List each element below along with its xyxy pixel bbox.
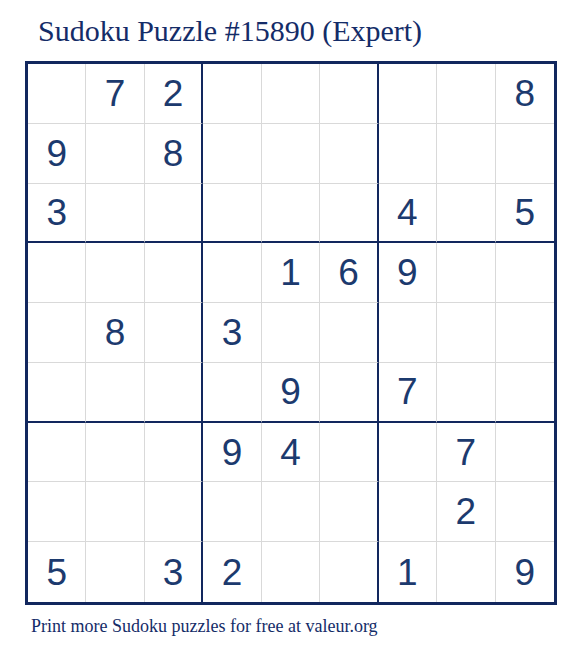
cell-r1c6[interactable] (320, 64, 378, 124)
cell-r3c2[interactable] (86, 184, 144, 244)
cell-r6c8[interactable] (437, 363, 495, 423)
cell-r1c1[interactable] (28, 64, 86, 124)
cell-r3c8[interactable] (437, 184, 495, 244)
given-digit: 4 (397, 194, 418, 231)
cell-r3c1[interactable]: 3 (28, 184, 86, 244)
cell-r2c8[interactable] (437, 124, 495, 184)
cell-r5c5[interactable] (262, 303, 320, 363)
cell-r1c5[interactable] (262, 64, 320, 124)
cell-r9c3[interactable]: 3 (145, 542, 203, 602)
cell-r7c1[interactable] (28, 423, 86, 483)
given-digit: 5 (514, 194, 535, 231)
cell-r2c9[interactable] (496, 124, 554, 184)
cell-r2c3[interactable]: 8 (145, 124, 203, 184)
cell-r7c8[interactable]: 7 (437, 423, 495, 483)
given-digit: 9 (514, 554, 535, 591)
cell-r6c5[interactable]: 9 (262, 363, 320, 423)
cell-r8c3[interactable] (145, 482, 203, 542)
given-digit: 6 (338, 254, 359, 291)
given-digit: 2 (456, 493, 477, 530)
cell-r6c2[interactable] (86, 363, 144, 423)
cell-r9c7[interactable]: 1 (379, 542, 437, 602)
given-digit: 9 (222, 434, 243, 471)
given-digit: 9 (46, 135, 67, 172)
cell-r3c4[interactable] (203, 184, 261, 244)
cell-r9c2[interactable] (86, 542, 144, 602)
cell-r7c4[interactable]: 9 (203, 423, 261, 483)
footer-text: Print more Sudoku puzzles for free at va… (31, 615, 378, 637)
cell-r2c6[interactable] (320, 124, 378, 184)
cell-r3c5[interactable] (262, 184, 320, 244)
given-digit: 3 (222, 314, 243, 351)
cell-r7c7[interactable] (379, 423, 437, 483)
sudoku-board: 728983451698397947253219 (25, 61, 557, 605)
cell-r4c7[interactable]: 9 (379, 243, 437, 303)
cell-r7c6[interactable] (320, 423, 378, 483)
cell-r1c8[interactable] (437, 64, 495, 124)
cell-r3c3[interactable] (145, 184, 203, 244)
cell-r6c1[interactable] (28, 363, 86, 423)
cell-r2c5[interactable] (262, 124, 320, 184)
cell-r9c5[interactable] (262, 542, 320, 602)
cell-r8c1[interactable] (28, 482, 86, 542)
cell-r8c7[interactable] (379, 482, 437, 542)
cell-r4c4[interactable] (203, 243, 261, 303)
cell-r4c2[interactable] (86, 243, 144, 303)
cell-r5c9[interactable] (496, 303, 554, 363)
cell-r2c7[interactable] (379, 124, 437, 184)
page-title: Sudoku Puzzle #15890 (Expert) (38, 14, 422, 48)
cell-r4c6[interactable]: 6 (320, 243, 378, 303)
cell-r1c4[interactable] (203, 64, 261, 124)
cell-r5c6[interactable] (320, 303, 378, 363)
cell-r8c2[interactable] (86, 482, 144, 542)
cell-r1c3[interactable]: 2 (145, 64, 203, 124)
cell-r9c6[interactable] (320, 542, 378, 602)
given-digit: 1 (280, 254, 301, 291)
cell-r1c7[interactable] (379, 64, 437, 124)
given-digit: 1 (397, 554, 418, 591)
cell-r1c2[interactable]: 7 (86, 64, 144, 124)
given-digit: 3 (46, 194, 67, 231)
cell-r2c4[interactable] (203, 124, 261, 184)
cell-r5c2[interactable]: 8 (86, 303, 144, 363)
cell-r5c7[interactable] (379, 303, 437, 363)
cell-r9c4[interactable]: 2 (203, 542, 261, 602)
given-digit: 3 (163, 554, 184, 591)
cell-r7c9[interactable] (496, 423, 554, 483)
cell-r6c7[interactable]: 7 (379, 363, 437, 423)
cell-r9c8[interactable] (437, 542, 495, 602)
cell-r8c5[interactable] (262, 482, 320, 542)
cell-r5c3[interactable] (145, 303, 203, 363)
cell-r4c9[interactable] (496, 243, 554, 303)
given-digit: 7 (397, 373, 418, 410)
cell-r5c4[interactable]: 3 (203, 303, 261, 363)
cell-r4c8[interactable] (437, 243, 495, 303)
cell-r7c5[interactable]: 4 (262, 423, 320, 483)
given-digit: 5 (46, 554, 67, 591)
cell-r3c9[interactable]: 5 (496, 184, 554, 244)
given-digit: 9 (397, 254, 418, 291)
cell-r5c8[interactable] (437, 303, 495, 363)
cell-r9c9[interactable]: 9 (496, 542, 554, 602)
cell-r9c1[interactable]: 5 (28, 542, 86, 602)
cell-r6c9[interactable] (496, 363, 554, 423)
cell-r3c6[interactable] (320, 184, 378, 244)
cell-r5c1[interactable] (28, 303, 86, 363)
cell-r3c7[interactable]: 4 (379, 184, 437, 244)
cell-r2c2[interactable] (86, 124, 144, 184)
given-digit: 4 (280, 434, 301, 471)
cell-r4c5[interactable]: 1 (262, 243, 320, 303)
cell-r4c1[interactable] (28, 243, 86, 303)
cell-r8c9[interactable] (496, 482, 554, 542)
cell-r8c6[interactable] (320, 482, 378, 542)
given-digit: 7 (105, 75, 126, 112)
cell-r2c1[interactable]: 9 (28, 124, 86, 184)
given-digit: 8 (163, 135, 184, 172)
given-digit: 7 (456, 434, 477, 471)
cell-r8c8[interactable]: 2 (437, 482, 495, 542)
given-digit: 8 (105, 314, 126, 351)
cell-r7c2[interactable] (86, 423, 144, 483)
given-digit: 2 (163, 75, 184, 112)
cell-r7c3[interactable] (145, 423, 203, 483)
cell-r4c3[interactable] (145, 243, 203, 303)
cell-r1c9[interactable]: 8 (496, 64, 554, 124)
cell-r6c3[interactable] (145, 363, 203, 423)
given-digit: 8 (514, 75, 535, 112)
cell-r8c4[interactable] (203, 482, 261, 542)
cell-r6c6[interactable] (320, 363, 378, 423)
given-digit: 9 (280, 373, 301, 410)
given-digit: 2 (222, 554, 243, 591)
cell-r6c4[interactable] (203, 363, 261, 423)
